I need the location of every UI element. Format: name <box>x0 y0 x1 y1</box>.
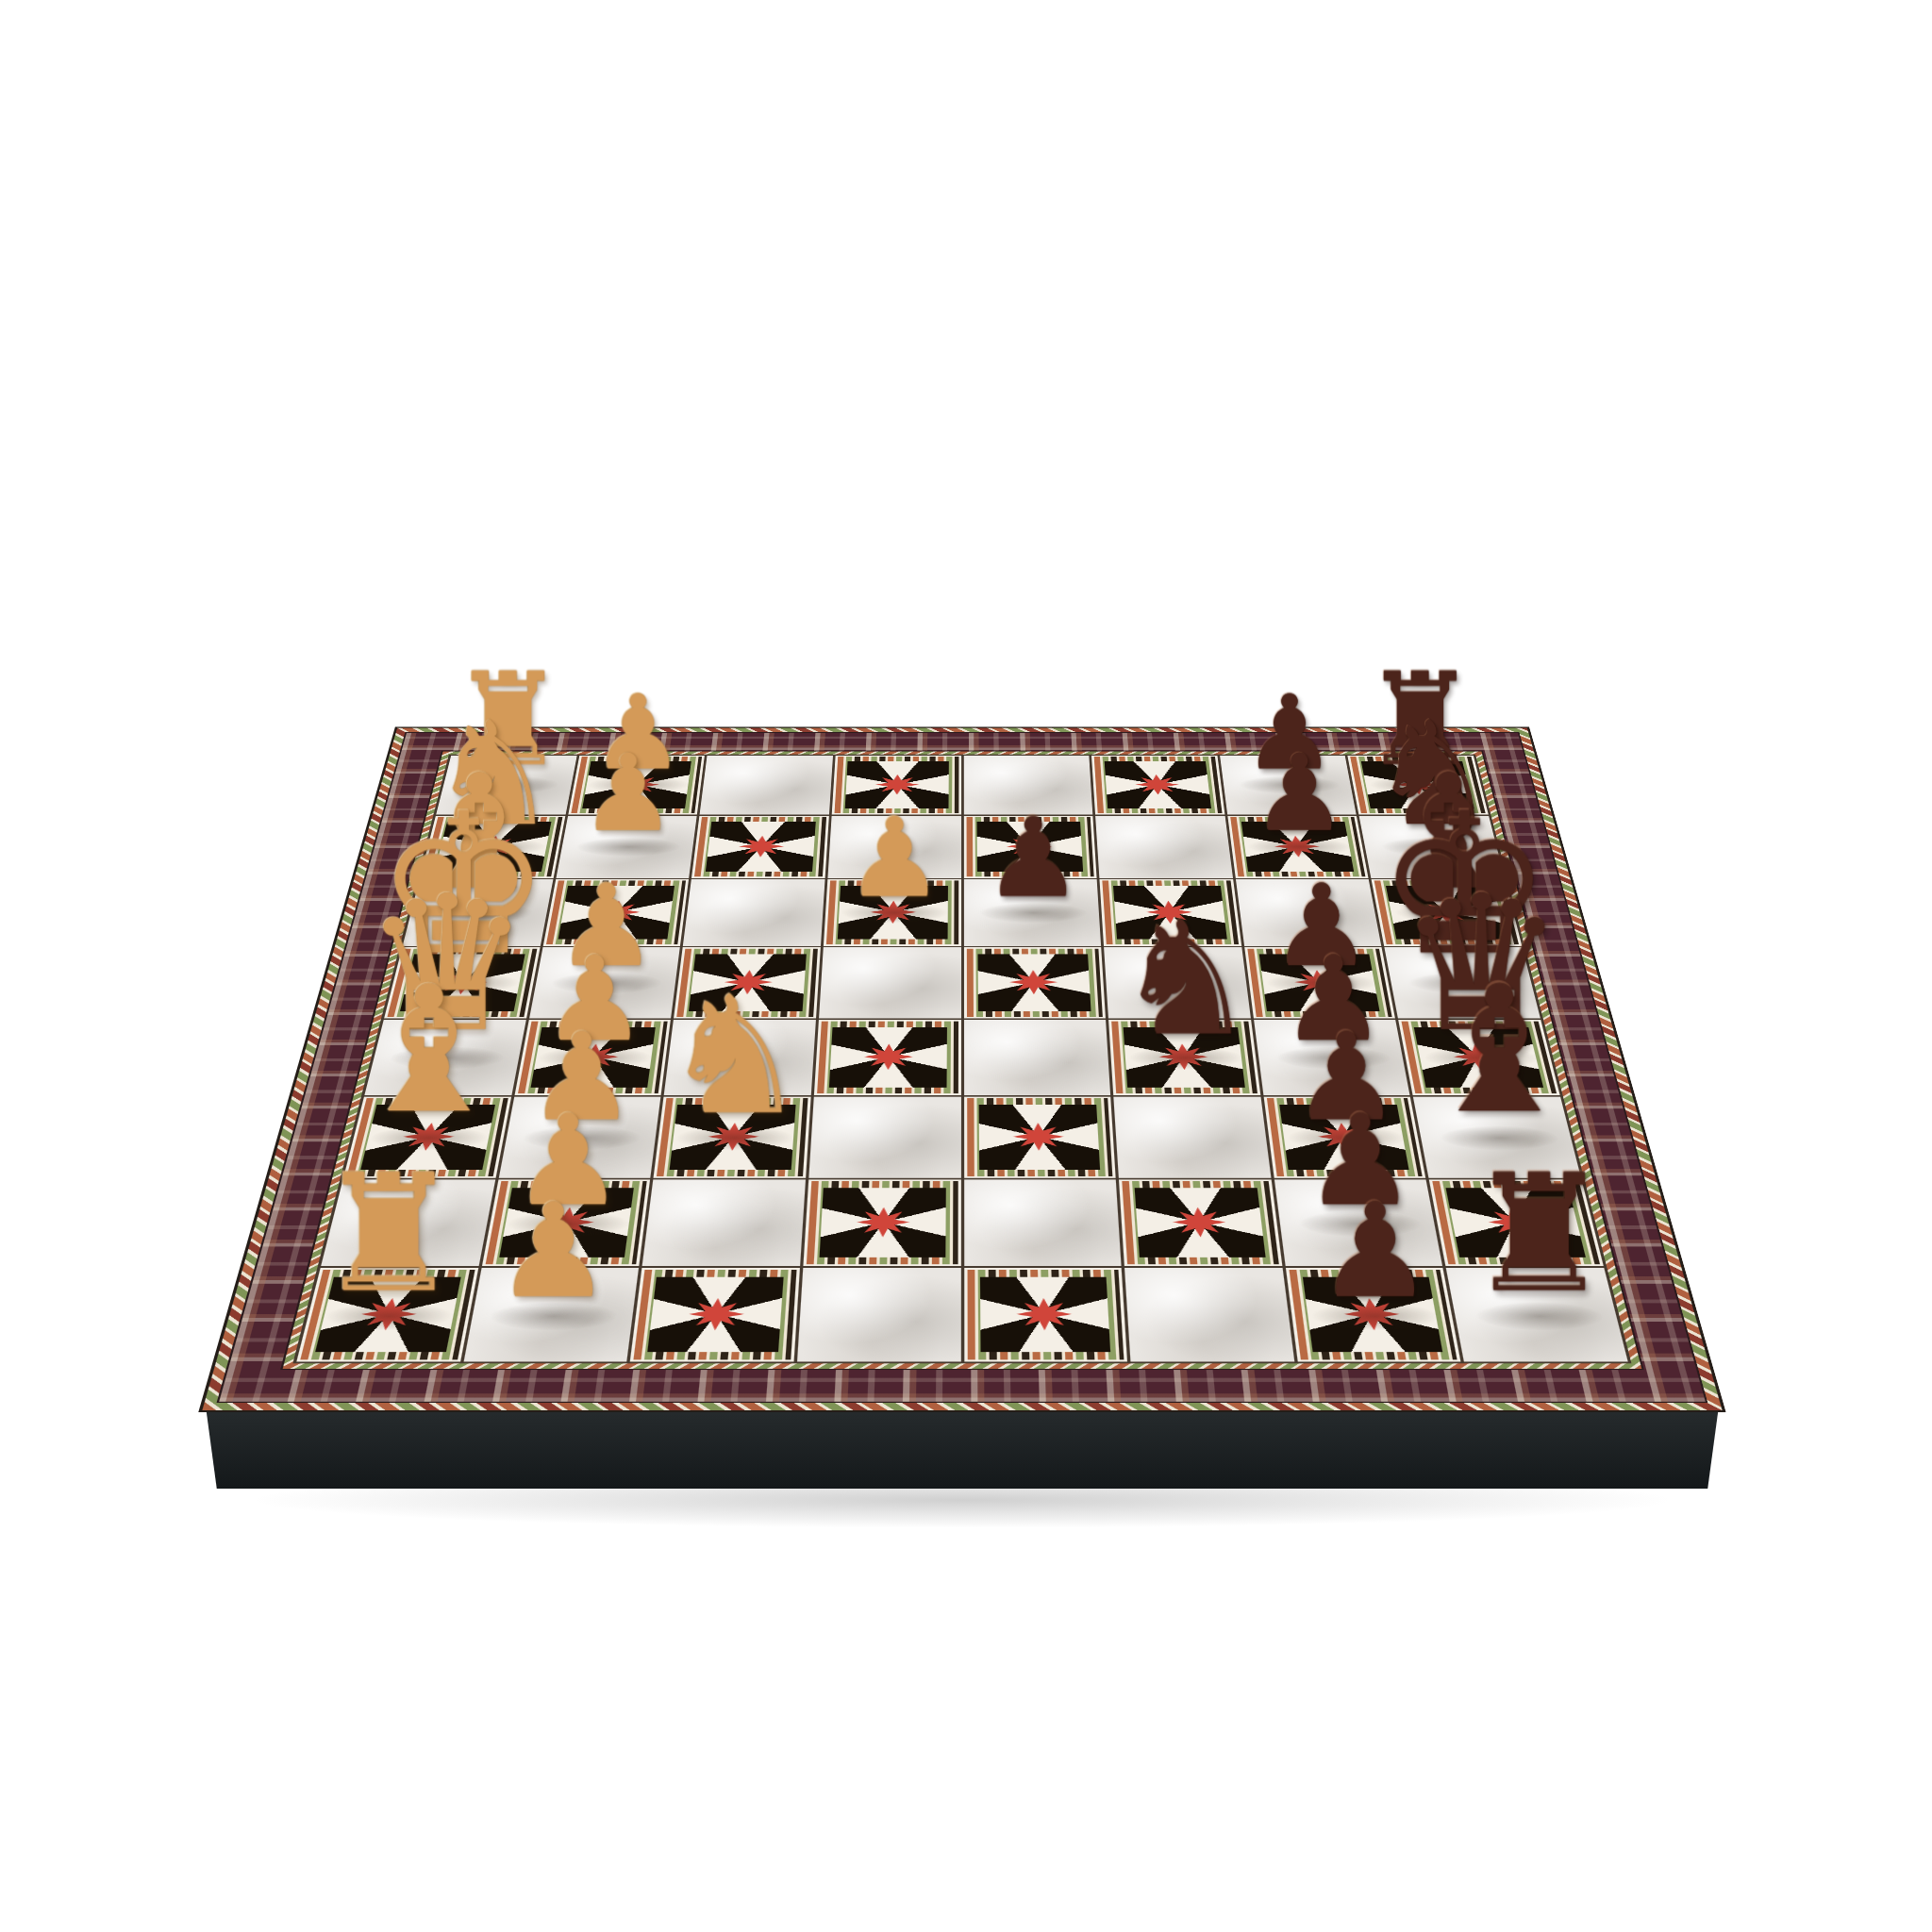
mosaic-red-star <box>863 1043 914 1070</box>
square-f3[interactable] <box>683 879 824 945</box>
mosaic-frame <box>967 1098 1113 1175</box>
square-g7[interactable] <box>1227 816 1369 878</box>
square-c6[interactable] <box>1113 1097 1271 1178</box>
square-a4[interactable] <box>797 1268 960 1361</box>
mosaic-triangles <box>829 1027 947 1088</box>
square-h8[interactable] <box>1348 756 1489 814</box>
square-b4[interactable] <box>803 1179 960 1266</box>
mosaic-triangles <box>648 1277 784 1352</box>
square-a3[interactable] <box>630 1268 800 1361</box>
square-d4[interactable] <box>814 1020 961 1095</box>
square-h2[interactable] <box>568 756 705 814</box>
white-N-glyph: ♞ <box>661 974 808 1138</box>
square-h4[interactable] <box>832 756 961 814</box>
board-side-edge <box>200 1409 1724 1489</box>
square-e5[interactable] <box>963 947 1106 1018</box>
square-h3[interactable] <box>700 756 833 814</box>
mosaic-frame <box>817 1021 958 1093</box>
square-f5[interactable] <box>963 879 1101 945</box>
white-P-glyph: ♟ <box>494 1186 611 1316</box>
square-h7[interactable] <box>1220 756 1357 814</box>
black-P-glyph: ♟ <box>1316 1186 1433 1316</box>
chess-board[interactable]: ♜♝♛♚♝♞♜♟♟♟♟♟♟♟♞♟♟♞♟♟♟♟♟♟♟♜♝♛♚♝♞♜ <box>198 726 1725 1412</box>
square-f4[interactable] <box>824 879 961 945</box>
mosaic-triangles <box>1135 1188 1266 1257</box>
square-h5[interactable] <box>963 756 1092 814</box>
square-g3[interactable] <box>691 816 829 878</box>
photo-backdrop: ♜♝♛♚♝♞♜♟♟♟♟♟♟♟♞♟♟♞♟♟♟♟♟♟♟♜♝♛♚♝♞♜ <box>0 0 1932 1932</box>
square-g4[interactable] <box>827 816 960 878</box>
mosaic-red-star <box>1012 1123 1065 1151</box>
square-b3[interactable] <box>642 1179 806 1266</box>
mosaic-triangles <box>819 1188 945 1257</box>
square-g2[interactable] <box>556 816 697 878</box>
square-b5[interactable] <box>964 1179 1122 1266</box>
square-a6[interactable] <box>1124 1268 1294 1361</box>
square-c4[interactable] <box>808 1097 960 1178</box>
mosaic-triangles <box>979 1277 1110 1352</box>
mosaic-red-star <box>687 1298 745 1330</box>
black-B-glyph: ♝ <box>1421 963 1577 1138</box>
mosaic-red-star <box>1016 1298 1073 1330</box>
mosaic-frame <box>967 1270 1124 1359</box>
square-g6[interactable] <box>1095 816 1233 878</box>
square-d5[interactable] <box>964 1020 1111 1095</box>
square-g5[interactable] <box>963 816 1096 878</box>
white-R-glyph: ♜ <box>316 1154 461 1316</box>
mosaic-frame <box>634 1270 797 1359</box>
white-B-glyph: ♝ <box>350 963 507 1138</box>
square-e4[interactable] <box>819 947 961 1018</box>
mosaic-frame <box>1122 1181 1278 1264</box>
mosaic-frame <box>807 1181 958 1264</box>
square-b6[interactable] <box>1119 1179 1282 1266</box>
square-a5[interactable] <box>964 1268 1127 1361</box>
mosaic-triangles <box>978 1105 1100 1170</box>
square-h6[interactable] <box>1091 756 1224 814</box>
square-h1[interactable] <box>436 756 576 814</box>
black-N-glyph: ♞ <box>1115 900 1257 1058</box>
square-c5[interactable] <box>964 1097 1116 1178</box>
black-R-glyph: ♜ <box>1466 1154 1611 1316</box>
